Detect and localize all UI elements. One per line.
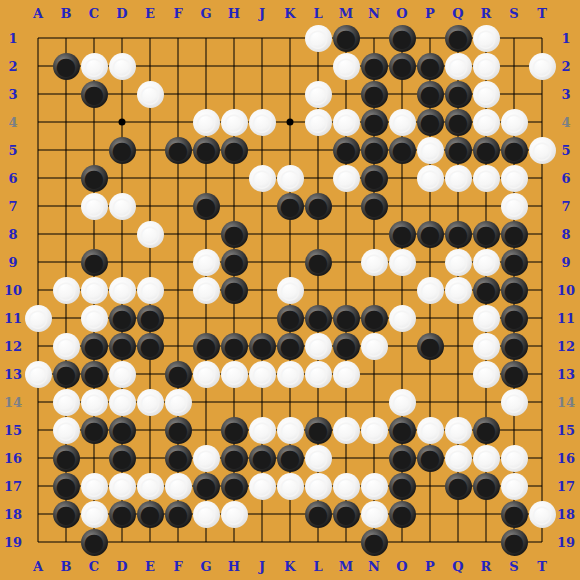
black-stone-B17: ● — [53, 473, 80, 500]
black-stone-J16: ● — [249, 445, 276, 472]
white-stone-R12: ○ — [473, 333, 500, 360]
black-stone-N5: ● — [361, 137, 388, 164]
black-stone-R15: ● — [473, 417, 500, 444]
row-label-right-4: 4 — [561, 116, 570, 129]
white-stone-O14: ○ — [389, 389, 416, 416]
white-stone-S6: ○ — [501, 165, 528, 192]
white-stone-L4: ○ — [305, 109, 332, 136]
col-label-bottom-H: H — [228, 560, 240, 573]
white-stone-R9: ○ — [473, 249, 500, 276]
white-stone-E8: ○ — [137, 221, 164, 248]
black-stone-J12: ● — [249, 333, 276, 360]
row-label-right-2: 2 — [561, 60, 570, 73]
col-label-top-Q: Q — [452, 7, 463, 20]
white-stone-L16: ○ — [305, 445, 332, 472]
white-stone-B10: ○ — [53, 277, 80, 304]
col-label-top-N: N — [368, 7, 380, 20]
black-stone-P4: ● — [417, 109, 444, 136]
col-label-bottom-B: B — [61, 560, 72, 573]
white-stone-S16: ○ — [501, 445, 528, 472]
white-stone-O11: ○ — [389, 305, 416, 332]
black-stone-H10: ● — [221, 277, 248, 304]
black-stone-P16: ● — [417, 445, 444, 472]
black-stone-C19: ● — [81, 529, 108, 556]
black-stone-O17: ● — [389, 473, 416, 500]
white-stone-N15: ○ — [361, 417, 388, 444]
black-stone-S10: ● — [501, 277, 528, 304]
row-label-left-11: 11 — [4, 312, 22, 325]
black-stone-M12: ● — [333, 333, 360, 360]
row-label-right-3: 3 — [561, 88, 570, 101]
white-stone-D17: ○ — [109, 473, 136, 500]
black-stone-L15: ● — [305, 417, 332, 444]
white-stone-E14: ○ — [137, 389, 164, 416]
black-stone-O1: ● — [389, 25, 416, 52]
white-stone-S14: ○ — [501, 389, 528, 416]
white-stone-C2: ○ — [81, 53, 108, 80]
black-stone-R17: ● — [473, 473, 500, 500]
white-stone-Q2: ○ — [445, 53, 472, 80]
white-stone-T2: ○ — [529, 53, 556, 80]
col-label-top-S: S — [509, 7, 518, 20]
col-label-bottom-O: O — [396, 560, 407, 573]
row-label-left-8: 8 — [8, 228, 17, 241]
row-label-left-18: 18 — [4, 508, 22, 521]
col-label-bottom-K: K — [284, 560, 295, 573]
black-stone-D16: ● — [109, 445, 136, 472]
black-stone-H12: ● — [221, 333, 248, 360]
black-stone-S18: ● — [501, 501, 528, 528]
black-stone-M1: ● — [333, 25, 360, 52]
row-label-right-18: 18 — [557, 508, 575, 521]
white-stone-O4: ○ — [389, 109, 416, 136]
white-stone-M4: ○ — [333, 109, 360, 136]
black-stone-K11: ● — [277, 305, 304, 332]
row-label-left-2: 2 — [8, 60, 17, 73]
white-stone-P6: ○ — [417, 165, 444, 192]
row-label-left-9: 9 — [8, 256, 17, 269]
black-stone-G17: ● — [193, 473, 220, 500]
row-label-right-1: 1 — [561, 32, 570, 45]
white-stone-G10: ○ — [193, 277, 220, 304]
white-stone-T5: ○ — [529, 137, 556, 164]
white-stone-L12: ○ — [305, 333, 332, 360]
col-label-top-H: H — [228, 7, 240, 20]
white-stone-S4: ○ — [501, 109, 528, 136]
black-stone-C3: ● — [81, 81, 108, 108]
col-label-top-E: E — [145, 7, 155, 20]
white-stone-Q9: ○ — [445, 249, 472, 276]
row-label-right-19: 19 — [557, 536, 575, 549]
black-stone-C9: ● — [81, 249, 108, 276]
col-label-top-P: P — [425, 7, 435, 20]
white-stone-N18: ○ — [361, 501, 388, 528]
white-stone-T18: ○ — [529, 501, 556, 528]
white-stone-A11: ○ — [25, 305, 52, 332]
black-stone-O15: ● — [389, 417, 416, 444]
black-stone-C13: ● — [81, 361, 108, 388]
black-stone-D15: ● — [109, 417, 136, 444]
white-stone-N9: ○ — [361, 249, 388, 276]
black-stone-L7: ● — [305, 193, 332, 220]
row-label-left-19: 19 — [4, 536, 22, 549]
black-stone-E12: ● — [137, 333, 164, 360]
white-stone-M6: ○ — [333, 165, 360, 192]
white-stone-F17: ○ — [165, 473, 192, 500]
white-stone-N12: ○ — [361, 333, 388, 360]
black-stone-B2: ● — [53, 53, 80, 80]
col-label-top-M: M — [339, 7, 353, 20]
white-stone-C7: ○ — [81, 193, 108, 220]
black-stone-S19: ● — [501, 529, 528, 556]
row-label-left-4: 4 — [8, 116, 17, 129]
black-stone-G12: ● — [193, 333, 220, 360]
star-point — [119, 119, 126, 126]
row-label-left-1: 1 — [8, 32, 17, 45]
white-stone-D13: ○ — [109, 361, 136, 388]
white-stone-L3: ○ — [305, 81, 332, 108]
white-stone-B14: ○ — [53, 389, 80, 416]
col-label-bottom-N: N — [368, 560, 380, 573]
col-label-top-T: T — [537, 7, 547, 20]
row-label-left-13: 13 — [4, 368, 22, 381]
white-stone-J4: ○ — [249, 109, 276, 136]
black-stone-C15: ● — [81, 417, 108, 444]
col-label-top-D: D — [116, 7, 127, 20]
black-stone-H16: ● — [221, 445, 248, 472]
white-stone-C10: ○ — [81, 277, 108, 304]
row-label-left-12: 12 — [4, 340, 22, 353]
black-stone-B13: ● — [53, 361, 80, 388]
black-stone-M5: ● — [333, 137, 360, 164]
black-stone-N2: ● — [361, 53, 388, 80]
white-stone-K10: ○ — [277, 277, 304, 304]
white-stone-R2: ○ — [473, 53, 500, 80]
black-stone-N4: ● — [361, 109, 388, 136]
row-label-left-14: 14 — [4, 396, 22, 409]
black-stone-R10: ● — [473, 277, 500, 304]
black-stone-C12: ● — [81, 333, 108, 360]
white-stone-G13: ○ — [193, 361, 220, 388]
black-stone-O2: ● — [389, 53, 416, 80]
black-stone-F16: ● — [165, 445, 192, 472]
white-stone-S7: ○ — [501, 193, 528, 220]
black-stone-K7: ● — [277, 193, 304, 220]
white-stone-M15: ○ — [333, 417, 360, 444]
col-label-bottom-E: E — [145, 560, 155, 573]
black-stone-O5: ● — [389, 137, 416, 164]
white-stone-R16: ○ — [473, 445, 500, 472]
white-stone-J13: ○ — [249, 361, 276, 388]
row-label-left-15: 15 — [4, 424, 22, 437]
white-stone-K6: ○ — [277, 165, 304, 192]
col-label-bottom-Q: Q — [452, 560, 463, 573]
col-label-bottom-D: D — [116, 560, 127, 573]
col-label-bottom-L: L — [313, 560, 322, 573]
white-stone-Q15: ○ — [445, 417, 472, 444]
black-stone-Q8: ● — [445, 221, 472, 248]
black-stone-K16: ● — [277, 445, 304, 472]
black-stone-O8: ● — [389, 221, 416, 248]
row-label-left-17: 17 — [4, 480, 22, 493]
white-stone-R13: ○ — [473, 361, 500, 388]
row-label-right-5: 5 — [561, 144, 570, 157]
white-stone-K13: ○ — [277, 361, 304, 388]
black-stone-S8: ● — [501, 221, 528, 248]
white-stone-E3: ○ — [137, 81, 164, 108]
white-stone-J6: ○ — [249, 165, 276, 192]
black-stone-B16: ● — [53, 445, 80, 472]
col-label-top-R: R — [481, 7, 492, 20]
black-stone-D18: ● — [109, 501, 136, 528]
white-stone-J17: ○ — [249, 473, 276, 500]
black-stone-F15: ● — [165, 417, 192, 444]
white-stone-G18: ○ — [193, 501, 220, 528]
row-label-left-3: 3 — [8, 88, 17, 101]
col-label-bottom-P: P — [425, 560, 435, 573]
white-stone-G9: ○ — [193, 249, 220, 276]
black-stone-K12: ● — [277, 333, 304, 360]
white-stone-K17: ○ — [277, 473, 304, 500]
black-stone-S9: ● — [501, 249, 528, 276]
row-label-left-5: 5 — [8, 144, 17, 157]
white-stone-R3: ○ — [473, 81, 500, 108]
col-label-bottom-C: C — [89, 560, 99, 573]
white-stone-P10: ○ — [417, 277, 444, 304]
row-label-left-16: 16 — [4, 452, 22, 465]
go-board[interactable]: AABBCCDDEEFFGGHHJJKKLLMMNNOOPPQQRRSSTT11… — [0, 0, 580, 580]
black-stone-Q3: ● — [445, 81, 472, 108]
black-stone-N6: ● — [361, 165, 388, 192]
black-stone-H5: ● — [221, 137, 248, 164]
white-stone-R11: ○ — [473, 305, 500, 332]
black-stone-F18: ● — [165, 501, 192, 528]
row-label-left-6: 6 — [8, 172, 17, 185]
black-stone-R8: ● — [473, 221, 500, 248]
white-stone-J15: ○ — [249, 417, 276, 444]
white-stone-F14: ○ — [165, 389, 192, 416]
white-stone-G4: ○ — [193, 109, 220, 136]
black-stone-S5: ● — [501, 137, 528, 164]
white-stone-Q10: ○ — [445, 277, 472, 304]
row-label-right-11: 11 — [557, 312, 575, 325]
black-stone-N11: ● — [361, 305, 388, 332]
white-stone-E17: ○ — [137, 473, 164, 500]
white-stone-L17: ○ — [305, 473, 332, 500]
black-stone-Q4: ● — [445, 109, 472, 136]
black-stone-F5: ● — [165, 137, 192, 164]
white-stone-C14: ○ — [81, 389, 108, 416]
col-label-top-K: K — [284, 7, 295, 20]
black-stone-D5: ● — [109, 137, 136, 164]
black-stone-O16: ● — [389, 445, 416, 472]
black-stone-H8: ● — [221, 221, 248, 248]
row-label-right-10: 10 — [557, 284, 575, 297]
black-stone-P2: ● — [417, 53, 444, 80]
black-stone-M18: ● — [333, 501, 360, 528]
white-stone-K15: ○ — [277, 417, 304, 444]
black-stone-E18: ● — [137, 501, 164, 528]
row-label-right-12: 12 — [557, 340, 575, 353]
black-stone-B18: ● — [53, 501, 80, 528]
white-stone-B15: ○ — [53, 417, 80, 444]
black-stone-Q17: ● — [445, 473, 472, 500]
white-stone-M17: ○ — [333, 473, 360, 500]
white-stone-L13: ○ — [305, 361, 332, 388]
col-label-top-B: B — [61, 7, 72, 20]
white-stone-C11: ○ — [81, 305, 108, 332]
black-stone-N7: ● — [361, 193, 388, 220]
black-stone-N3: ● — [361, 81, 388, 108]
black-stone-G5: ● — [193, 137, 220, 164]
white-stone-L1: ○ — [305, 25, 332, 52]
col-label-bottom-A: A — [33, 560, 43, 573]
col-label-bottom-F: F — [173, 560, 182, 573]
col-label-top-A: A — [33, 7, 43, 20]
black-stone-S11: ● — [501, 305, 528, 332]
white-stone-Q16: ○ — [445, 445, 472, 472]
white-stone-O9: ○ — [389, 249, 416, 276]
white-stone-C17: ○ — [81, 473, 108, 500]
black-stone-D11: ● — [109, 305, 136, 332]
col-label-top-J: J — [259, 7, 265, 20]
row-label-right-16: 16 — [557, 452, 575, 465]
white-stone-D7: ○ — [109, 193, 136, 220]
white-stone-D10: ○ — [109, 277, 136, 304]
white-stone-M13: ○ — [333, 361, 360, 388]
black-stone-H17: ● — [221, 473, 248, 500]
col-label-bottom-G: G — [200, 560, 211, 573]
white-stone-H13: ○ — [221, 361, 248, 388]
black-stone-E11: ● — [137, 305, 164, 332]
black-stone-G7: ● — [193, 193, 220, 220]
row-label-left-7: 7 — [8, 200, 17, 213]
white-stone-C18: ○ — [81, 501, 108, 528]
black-stone-L9: ● — [305, 249, 332, 276]
black-stone-P8: ● — [417, 221, 444, 248]
white-stone-N17: ○ — [361, 473, 388, 500]
white-stone-S17: ○ — [501, 473, 528, 500]
white-stone-P5: ○ — [417, 137, 444, 164]
black-stone-M11: ● — [333, 305, 360, 332]
col-label-bottom-M: M — [339, 560, 353, 573]
white-stone-H4: ○ — [221, 109, 248, 136]
row-label-right-6: 6 — [561, 172, 570, 185]
black-stone-S12: ● — [501, 333, 528, 360]
col-label-top-C: C — [89, 7, 99, 20]
star-point — [287, 119, 294, 126]
col-label-bottom-J: J — [259, 560, 265, 573]
col-label-bottom-T: T — [537, 560, 547, 573]
black-stone-C6: ● — [81, 165, 108, 192]
col-label-top-G: G — [200, 7, 211, 20]
row-label-right-8: 8 — [561, 228, 570, 241]
black-stone-Q5: ● — [445, 137, 472, 164]
row-label-right-9: 9 — [561, 256, 570, 269]
black-stone-H9: ● — [221, 249, 248, 276]
black-stone-P12: ● — [417, 333, 444, 360]
black-stone-D12: ● — [109, 333, 136, 360]
black-stone-H15: ● — [221, 417, 248, 444]
col-label-top-O: O — [396, 7, 407, 20]
black-stone-N19: ● — [361, 529, 388, 556]
col-label-top-L: L — [313, 7, 322, 20]
black-stone-S13: ● — [501, 361, 528, 388]
row-label-right-17: 17 — [557, 480, 575, 493]
white-stone-P15: ○ — [417, 417, 444, 444]
white-stone-G16: ○ — [193, 445, 220, 472]
white-stone-R4: ○ — [473, 109, 500, 136]
black-stone-L11: ● — [305, 305, 332, 332]
col-label-bottom-S: S — [509, 560, 518, 573]
white-stone-Q6: ○ — [445, 165, 472, 192]
black-stone-Q1: ● — [445, 25, 472, 52]
white-stone-R6: ○ — [473, 165, 500, 192]
col-label-bottom-R: R — [481, 560, 492, 573]
black-stone-P3: ● — [417, 81, 444, 108]
black-stone-O18: ● — [389, 501, 416, 528]
row-label-right-14: 14 — [557, 396, 575, 409]
white-stone-E10: ○ — [137, 277, 164, 304]
white-stone-A13: ○ — [25, 361, 52, 388]
white-stone-D2: ○ — [109, 53, 136, 80]
black-stone-L18: ● — [305, 501, 332, 528]
row-label-right-15: 15 — [557, 424, 575, 437]
row-label-right-7: 7 — [561, 200, 570, 213]
row-label-left-10: 10 — [4, 284, 22, 297]
black-stone-F13: ● — [165, 361, 192, 388]
black-stone-R5: ● — [473, 137, 500, 164]
white-stone-M2: ○ — [333, 53, 360, 80]
white-stone-H18: ○ — [221, 501, 248, 528]
white-stone-R1: ○ — [473, 25, 500, 52]
white-stone-B12: ○ — [53, 333, 80, 360]
white-stone-D14: ○ — [109, 389, 136, 416]
row-label-right-13: 13 — [557, 368, 575, 381]
col-label-top-F: F — [173, 7, 182, 20]
